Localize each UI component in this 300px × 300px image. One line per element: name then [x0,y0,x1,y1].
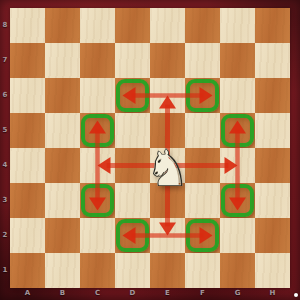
highlight-d6 [116,79,149,112]
square-d6 [115,78,150,113]
square-a2 [10,218,45,253]
square-f6 [185,78,220,113]
highlight-c5 [81,114,114,147]
square-e2 [150,218,185,253]
square-h1 [255,253,290,288]
square-h7 [255,43,290,78]
square-g5 [220,113,255,148]
highlight-f6 [186,79,219,112]
square-e3 [150,183,185,218]
square-e1 [150,253,185,288]
file-label-f: F [185,289,220,298]
square-h5 [255,113,290,148]
square-f8 [185,8,220,43]
highlight-g3 [221,184,254,217]
square-h2 [255,218,290,253]
square-g4 [220,148,255,183]
rank-label-3: 3 [0,196,10,205]
square-d7 [115,43,150,78]
square-c2 [80,218,115,253]
rank-label-4: 4 [0,161,10,170]
file-label-b: B [45,289,80,298]
square-c8 [80,8,115,43]
highlight-g5 [221,114,254,147]
square-d4 [115,148,150,183]
square-d8 [115,8,150,43]
square-d2 [115,218,150,253]
square-b2 [45,218,80,253]
square-a8 [10,8,45,43]
square-h4 [255,148,290,183]
square-f7 [185,43,220,78]
square-c4 [80,148,115,183]
file-label-g: G [220,289,255,298]
highlight-f2 [186,219,219,252]
square-g1 [220,253,255,288]
file-label-a: A [10,289,45,298]
square-f2 [185,218,220,253]
square-b7 [45,43,80,78]
square-e8 [150,8,185,43]
square-b4 [45,148,80,183]
square-g2 [220,218,255,253]
square-g7 [220,43,255,78]
chess-board-frame: ♞♘ABCDEFGH87654321 [0,0,300,300]
highlight-d2 [116,219,149,252]
board [10,8,290,288]
square-a6 [10,78,45,113]
square-h3 [255,183,290,218]
square-a3 [10,183,45,218]
square-b1 [45,253,80,288]
square-e5 [150,113,185,148]
square-d3 [115,183,150,218]
square-e4 [150,148,185,183]
square-f5 [185,113,220,148]
square-h6 [255,78,290,113]
rank-label-5: 5 [0,126,10,135]
square-c7 [80,43,115,78]
square-b8 [45,8,80,43]
square-f1 [185,253,220,288]
square-b3 [45,183,80,218]
square-a7 [10,43,45,78]
square-g8 [220,8,255,43]
square-a4 [10,148,45,183]
rank-label-8: 8 [0,21,10,30]
corner-dot [294,293,298,297]
square-a1 [10,253,45,288]
square-f4 [185,148,220,183]
rank-label-1: 1 [0,266,10,275]
rank-label-6: 6 [0,91,10,100]
square-d1 [115,253,150,288]
square-h8 [255,8,290,43]
square-b5 [45,113,80,148]
square-a5 [10,113,45,148]
file-label-h: H [255,289,290,298]
square-c6 [80,78,115,113]
square-e6 [150,78,185,113]
file-label-c: C [80,289,115,298]
square-e7 [150,43,185,78]
file-label-e: E [150,289,185,298]
highlight-c3 [81,184,114,217]
square-f3 [185,183,220,218]
square-d5 [115,113,150,148]
square-g3 [220,183,255,218]
square-c5 [80,113,115,148]
square-c1 [80,253,115,288]
file-label-d: D [115,289,150,298]
rank-label-2: 2 [0,231,10,240]
square-c3 [80,183,115,218]
square-b6 [45,78,80,113]
square-g6 [220,78,255,113]
rank-label-7: 7 [0,56,10,65]
